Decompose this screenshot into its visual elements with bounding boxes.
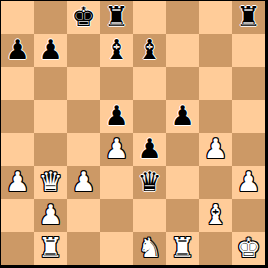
square-f1[interactable]: ♜ (166, 232, 199, 265)
square-g3[interactable] (199, 166, 232, 199)
square-a8[interactable] (1, 1, 34, 34)
square-d5[interactable]: ♟ (100, 100, 133, 133)
piece-black-pawn[interactable]: ♟ (100, 100, 133, 133)
square-a6[interactable] (1, 67, 34, 100)
square-b5[interactable] (34, 100, 67, 133)
square-g8[interactable] (199, 1, 232, 34)
square-c1[interactable] (67, 232, 100, 265)
square-b4[interactable] (34, 133, 67, 166)
square-h8[interactable]: ♜ (232, 1, 265, 34)
square-a4[interactable] (1, 133, 34, 166)
piece-black-pawn[interactable]: ♟ (133, 133, 166, 166)
chess-board-frame: ♚♜♜♟♟♝♝♟♟♟♟♟♟♛♟♛♟♟♝♜♞♜♚ (0, 0, 268, 268)
square-h2[interactable] (232, 199, 265, 232)
square-f7[interactable] (166, 34, 199, 67)
square-b6[interactable] (34, 67, 67, 100)
square-h4[interactable] (232, 133, 265, 166)
square-d4[interactable]: ♟ (100, 133, 133, 166)
square-f2[interactable] (166, 199, 199, 232)
square-d2[interactable] (100, 199, 133, 232)
square-b7[interactable]: ♟ (34, 34, 67, 67)
square-b1[interactable]: ♜ (34, 232, 67, 265)
square-a5[interactable] (1, 100, 34, 133)
square-c6[interactable] (67, 67, 100, 100)
square-b3[interactable]: ♛ (34, 166, 67, 199)
piece-white-knight[interactable]: ♞ (133, 232, 166, 265)
square-c2[interactable] (67, 199, 100, 232)
square-a3[interactable]: ♟ (1, 166, 34, 199)
square-f4[interactable] (166, 133, 199, 166)
square-g2[interactable]: ♝ (199, 199, 232, 232)
square-h3[interactable]: ♟ (232, 166, 265, 199)
square-c5[interactable] (67, 100, 100, 133)
piece-white-rook[interactable]: ♜ (166, 232, 199, 265)
square-a7[interactable]: ♟ (1, 34, 34, 67)
chess-board: ♚♜♜♟♟♝♝♟♟♟♟♟♟♛♟♛♟♟♝♜♞♜♚ (1, 1, 265, 265)
square-e7[interactable]: ♝ (133, 34, 166, 67)
square-f8[interactable] (166, 1, 199, 34)
square-a2[interactable] (1, 199, 34, 232)
piece-black-queen[interactable]: ♛ (133, 166, 166, 199)
square-h7[interactable] (232, 34, 265, 67)
square-c8[interactable]: ♚ (67, 1, 100, 34)
piece-white-pawn[interactable]: ♟ (100, 133, 133, 166)
piece-black-bishop[interactable]: ♝ (100, 34, 133, 67)
square-d7[interactable]: ♝ (100, 34, 133, 67)
square-e4[interactable]: ♟ (133, 133, 166, 166)
square-e5[interactable] (133, 100, 166, 133)
square-f3[interactable] (166, 166, 199, 199)
square-h5[interactable] (232, 100, 265, 133)
piece-white-queen[interactable]: ♛ (34, 166, 67, 199)
piece-white-pawn[interactable]: ♟ (199, 133, 232, 166)
square-c3[interactable]: ♟ (67, 166, 100, 199)
piece-black-pawn[interactable]: ♟ (34, 34, 67, 67)
square-f6[interactable] (166, 67, 199, 100)
square-g5[interactable] (199, 100, 232, 133)
square-g4[interactable]: ♟ (199, 133, 232, 166)
square-d6[interactable] (100, 67, 133, 100)
piece-black-king[interactable]: ♚ (67, 1, 100, 34)
piece-white-bishop[interactable]: ♝ (199, 199, 232, 232)
square-g1[interactable] (199, 232, 232, 265)
square-g7[interactable] (199, 34, 232, 67)
square-g6[interactable] (199, 67, 232, 100)
square-h1[interactable]: ♚ (232, 232, 265, 265)
square-c7[interactable] (67, 34, 100, 67)
piece-black-rook[interactable]: ♜ (232, 1, 265, 34)
piece-white-pawn[interactable]: ♟ (67, 166, 100, 199)
square-f5[interactable]: ♟ (166, 100, 199, 133)
square-e8[interactable] (133, 1, 166, 34)
square-c4[interactable] (67, 133, 100, 166)
square-d8[interactable]: ♜ (100, 1, 133, 34)
piece-white-pawn[interactable]: ♟ (34, 199, 67, 232)
square-e3[interactable]: ♛ (133, 166, 166, 199)
piece-black-pawn[interactable]: ♟ (166, 100, 199, 133)
square-b2[interactable]: ♟ (34, 199, 67, 232)
square-e1[interactable]: ♞ (133, 232, 166, 265)
piece-black-pawn[interactable]: ♟ (1, 34, 34, 67)
piece-white-pawn[interactable]: ♟ (1, 166, 34, 199)
piece-white-pawn[interactable]: ♟ (232, 166, 265, 199)
square-b8[interactable] (34, 1, 67, 34)
piece-white-rook[interactable]: ♜ (34, 232, 67, 265)
piece-black-bishop[interactable]: ♝ (133, 34, 166, 67)
square-a1[interactable] (1, 232, 34, 265)
square-e2[interactable] (133, 199, 166, 232)
square-e6[interactable] (133, 67, 166, 100)
piece-white-king[interactable]: ♚ (232, 232, 265, 265)
square-d1[interactable] (100, 232, 133, 265)
piece-black-rook[interactable]: ♜ (100, 1, 133, 34)
square-d3[interactable] (100, 166, 133, 199)
square-h6[interactable] (232, 67, 265, 100)
